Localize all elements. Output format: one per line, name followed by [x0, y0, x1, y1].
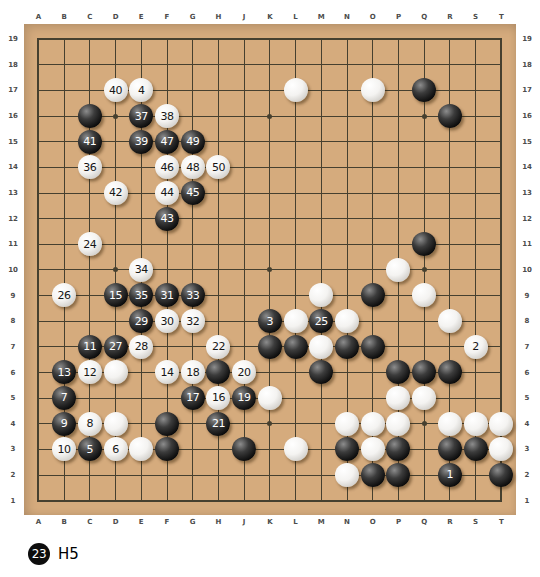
stone-white-D6	[104, 360, 128, 384]
stone-white-D13: 42	[104, 181, 128, 205]
stone-black-N7	[335, 335, 359, 359]
coord-label-top-F: F	[165, 13, 170, 21]
coord-label-left-14: 14	[8, 163, 18, 171]
stone-white-T4	[489, 412, 513, 436]
stone-black-C16	[78, 104, 102, 128]
stone-white-J6: 20	[232, 360, 256, 384]
move-number-22: 22	[212, 341, 225, 352]
move-number-48: 48	[186, 162, 199, 173]
coord-label-right-3: 3	[525, 445, 530, 453]
coord-label-left-13: 13	[8, 189, 18, 197]
move-number-41: 41	[83, 136, 96, 147]
move-number-50: 50	[212, 162, 225, 173]
coord-label-right-8: 8	[525, 317, 530, 325]
move-number-35: 35	[135, 290, 148, 301]
coord-label-bottom-O: O	[370, 518, 376, 526]
move-number-37: 37	[135, 111, 148, 122]
move-number-38: 38	[160, 111, 173, 122]
move-number-45: 45	[186, 187, 199, 198]
stone-black-P2	[386, 463, 410, 487]
move-number-9: 9	[61, 418, 68, 429]
coord-label-bottom-F: F	[165, 518, 170, 526]
coord-label-bottom-C: C	[87, 518, 92, 526]
stone-white-Q5	[412, 386, 436, 410]
stone-black-F12: 43	[155, 207, 179, 231]
stone-black-P6	[386, 360, 410, 384]
coord-label-left-10: 10	[8, 266, 18, 274]
coord-label-right-15: 15	[522, 138, 532, 146]
stone-black-H4: 21	[206, 412, 230, 436]
coord-label-bottom-R: R	[447, 518, 452, 526]
stone-white-G8: 32	[181, 309, 205, 333]
coord-label-right-1: 1	[525, 497, 530, 505]
stone-white-H14: 50	[206, 155, 230, 179]
move-number-49: 49	[186, 136, 199, 147]
stone-black-F9: 31	[155, 283, 179, 307]
coord-label-bottom-Q: Q	[421, 518, 427, 526]
stone-black-L7	[284, 335, 308, 359]
stone-black-O2	[361, 463, 385, 487]
move-number-33: 33	[186, 290, 199, 301]
stone-black-F3	[155, 437, 179, 461]
move-number-19: 19	[238, 392, 251, 403]
stone-white-N4	[335, 412, 359, 436]
coord-label-right-7: 7	[525, 343, 530, 351]
coord-label-top-T: T	[499, 13, 504, 21]
coord-label-right-9: 9	[525, 292, 530, 300]
stone-black-T2	[489, 463, 513, 487]
coord-label-top-P: P	[396, 13, 401, 21]
move-number-1: 1	[447, 469, 454, 480]
stone-black-G5: 17	[181, 386, 205, 410]
move-number-47: 47	[160, 136, 173, 147]
stone-black-J3	[232, 437, 256, 461]
stone-black-M8: 25	[309, 309, 333, 333]
coord-label-right-13: 13	[522, 189, 532, 197]
stone-black-O7	[361, 335, 385, 359]
stone-white-E3	[129, 437, 153, 461]
coord-label-top-N: N	[344, 13, 350, 21]
coord-label-left-19: 19	[8, 35, 18, 43]
stone-black-E16: 37	[129, 104, 153, 128]
stone-white-F16: 38	[155, 104, 179, 128]
stone-white-K5	[258, 386, 282, 410]
stone-white-P10	[386, 258, 410, 282]
coord-label-left-4: 4	[11, 420, 16, 428]
stone-white-L3	[284, 437, 308, 461]
coord-label-left-12: 12	[8, 215, 18, 223]
coord-label-bottom-S: S	[473, 518, 478, 526]
move-number-24: 24	[83, 239, 96, 250]
move-number-15: 15	[109, 290, 122, 301]
move-number-32: 32	[186, 316, 199, 327]
stone-white-E7: 28	[129, 335, 153, 359]
stone-white-H5: 16	[206, 386, 230, 410]
coord-label-top-K: K	[267, 13, 272, 21]
stone-white-E10: 34	[129, 258, 153, 282]
stone-white-L8	[284, 309, 308, 333]
stone-white-L17	[284, 78, 308, 102]
stone-black-D7: 27	[104, 335, 128, 359]
move-number-10: 10	[58, 444, 71, 455]
stone-white-C6: 12	[78, 360, 102, 384]
stone-black-R3	[438, 437, 462, 461]
move-number-44: 44	[160, 187, 173, 198]
stone-black-C3: 5	[78, 437, 102, 461]
coord-label-bottom-L: L	[293, 518, 297, 526]
coord-label-bottom-P: P	[396, 518, 401, 526]
coord-label-top-R: R	[447, 13, 452, 21]
stone-white-Q9	[412, 283, 436, 307]
go-diagram-page: AABBCCDDEEFFGGHHJJKKLLMMNNOOPPQQRRSSTT19…	[0, 0, 540, 577]
move-number-40: 40	[109, 85, 122, 96]
stone-black-K7	[258, 335, 282, 359]
coord-label-top-M: M	[318, 13, 325, 21]
move-number-39: 39	[135, 136, 148, 147]
coord-label-top-J: J	[243, 13, 246, 21]
stone-black-G13: 45	[181, 181, 205, 205]
stone-white-E17: 4	[129, 78, 153, 102]
move-number-16: 16	[212, 392, 225, 403]
stone-black-F15: 47	[155, 130, 179, 154]
coord-label-top-H: H	[216, 13, 222, 21]
move-number-36: 36	[83, 162, 96, 173]
stone-black-E9: 35	[129, 283, 153, 307]
coord-label-left-1: 1	[11, 497, 16, 505]
coord-label-bottom-N: N	[344, 518, 350, 526]
coord-label-right-11: 11	[522, 240, 532, 248]
coord-label-top-B: B	[61, 13, 66, 21]
stone-black-G9: 33	[181, 283, 205, 307]
stone-black-M6	[309, 360, 333, 384]
stone-black-N3	[335, 437, 359, 461]
coord-label-top-E: E	[139, 13, 144, 21]
coord-label-top-C: C	[87, 13, 92, 21]
coord-label-right-17: 17	[522, 86, 532, 94]
coord-label-left-6: 6	[11, 369, 16, 377]
move-number-28: 28	[135, 341, 148, 352]
stone-white-S4	[464, 412, 488, 436]
coord-label-left-11: 11	[8, 240, 18, 248]
stone-white-B3: 10	[52, 437, 76, 461]
black-stone-icon: 23	[28, 543, 50, 565]
move-number-34: 34	[135, 264, 148, 275]
stone-black-B4: 9	[52, 412, 76, 436]
stones-grid: 4043738413947493646485042444543243426153…	[26, 26, 515, 513]
stone-white-O3	[361, 437, 385, 461]
coord-label-left-2: 2	[11, 471, 16, 479]
move-number-30: 30	[160, 316, 173, 327]
coord-label-bottom-H: H	[216, 518, 222, 526]
coord-label-left-9: 9	[11, 292, 16, 300]
move-number-31: 31	[160, 290, 173, 301]
move-number-8: 8	[87, 418, 94, 429]
stone-black-B5: 7	[52, 386, 76, 410]
coord-label-bottom-A: A	[36, 518, 41, 526]
stone-white-M9	[309, 283, 333, 307]
stone-white-C4: 8	[78, 412, 102, 436]
coord-label-bottom-T: T	[499, 518, 504, 526]
move-number-25: 25	[315, 316, 328, 327]
stone-white-P5	[386, 386, 410, 410]
coord-label-right-6: 6	[525, 369, 530, 377]
coord-label-bottom-E: E	[139, 518, 144, 526]
coord-label-bottom-G: G	[190, 518, 196, 526]
move-number-43: 43	[160, 213, 173, 224]
stone-white-R8	[438, 309, 462, 333]
stone-black-S3	[464, 437, 488, 461]
stone-white-D3: 6	[104, 437, 128, 461]
stone-black-D9: 15	[104, 283, 128, 307]
move-number-7: 7	[61, 392, 68, 403]
coord-label-right-4: 4	[525, 420, 530, 428]
move-number-2: 2	[472, 341, 479, 352]
move-number-21: 21	[212, 418, 225, 429]
stone-white-C14: 36	[78, 155, 102, 179]
stone-white-R4	[438, 412, 462, 436]
stone-black-G15: 49	[181, 130, 205, 154]
move-number-29: 29	[135, 316, 148, 327]
coord-label-right-16: 16	[522, 112, 532, 120]
coord-label-left-5: 5	[11, 394, 16, 402]
move-number-27: 27	[109, 341, 122, 352]
move-number-14: 14	[160, 367, 173, 378]
footnote-move-number: 23	[32, 548, 46, 560]
stone-black-C7: 11	[78, 335, 102, 359]
stone-white-D4	[104, 412, 128, 436]
move-number-42: 42	[109, 187, 122, 198]
stone-black-H6	[206, 360, 230, 384]
coord-label-left-7: 7	[11, 343, 16, 351]
move-number-5: 5	[87, 444, 94, 455]
coord-label-top-Q: Q	[421, 13, 427, 21]
coord-label-right-2: 2	[525, 471, 530, 479]
stone-black-E15: 39	[129, 130, 153, 154]
move-number-12: 12	[83, 367, 96, 378]
stone-black-E8: 29	[129, 309, 153, 333]
stone-white-S7: 2	[464, 335, 488, 359]
stone-black-K8: 3	[258, 309, 282, 333]
move-number-3: 3	[267, 316, 274, 327]
coord-label-right-10: 10	[522, 266, 532, 274]
stone-black-R6	[438, 360, 462, 384]
stone-white-M7	[309, 335, 333, 359]
stone-white-C11: 24	[78, 232, 102, 256]
move-number-46: 46	[160, 162, 173, 173]
coord-label-right-5: 5	[525, 394, 530, 402]
coord-label-top-A: A	[36, 13, 41, 21]
move-number-18: 18	[186, 367, 199, 378]
stone-white-O4	[361, 412, 385, 436]
move-number-13: 13	[58, 367, 71, 378]
stone-black-R2: 1	[438, 463, 462, 487]
coord-label-left-8: 8	[11, 317, 16, 325]
stone-white-D17: 40	[104, 78, 128, 102]
stone-white-T3	[489, 437, 513, 461]
move-number-20: 20	[238, 367, 251, 378]
stone-white-F6: 14	[155, 360, 179, 384]
stone-black-B6: 13	[52, 360, 76, 384]
coord-label-right-14: 14	[522, 163, 532, 171]
coord-label-right-12: 12	[522, 215, 532, 223]
stone-white-P4	[386, 412, 410, 436]
stone-white-F13: 44	[155, 181, 179, 205]
coord-label-left-18: 18	[8, 61, 18, 69]
stone-white-N8	[335, 309, 359, 333]
stone-black-Q6	[412, 360, 436, 384]
stone-black-O9	[361, 283, 385, 307]
stone-black-C15: 41	[78, 130, 102, 154]
stone-black-Q17	[412, 78, 436, 102]
move-number-6: 6	[112, 444, 119, 455]
coord-label-top-D: D	[113, 13, 119, 21]
coord-label-left-17: 17	[8, 86, 18, 94]
stone-black-Q11	[412, 232, 436, 256]
stone-black-J5: 19	[232, 386, 256, 410]
stone-white-H7: 22	[206, 335, 230, 359]
coord-label-bottom-B: B	[61, 518, 66, 526]
move-number-26: 26	[58, 290, 71, 301]
stone-white-N2	[335, 463, 359, 487]
coord-label-bottom-J: J	[243, 518, 246, 526]
coord-label-bottom-K: K	[267, 518, 272, 526]
stone-white-F14: 46	[155, 155, 179, 179]
coord-label-right-19: 19	[522, 35, 532, 43]
coord-label-top-S: S	[473, 13, 478, 21]
move-number-4: 4	[138, 85, 145, 96]
stone-white-O17	[361, 78, 385, 102]
move-number-17: 17	[186, 392, 199, 403]
coord-label-bottom-D: D	[113, 518, 119, 526]
footnote-coordinate: H5	[58, 545, 79, 563]
stone-white-G6: 18	[181, 360, 205, 384]
coord-label-left-15: 15	[8, 138, 18, 146]
stone-black-F4	[155, 412, 179, 436]
coord-label-right-18: 18	[522, 61, 532, 69]
stone-black-R16	[438, 104, 462, 128]
stone-white-G14: 48	[181, 155, 205, 179]
move-footnote: 23 H5	[28, 543, 79, 565]
coord-label-left-16: 16	[8, 112, 18, 120]
stone-black-P3	[386, 437, 410, 461]
coord-label-bottom-M: M	[318, 518, 325, 526]
move-number-11: 11	[83, 341, 96, 352]
coord-label-top-G: G	[190, 13, 196, 21]
coord-label-left-3: 3	[11, 445, 16, 453]
stone-white-F8: 30	[155, 309, 179, 333]
stone-white-B9: 26	[52, 283, 76, 307]
board-layer: AABBCCDDEEFFGGHHJJKKLLMMNNOOPPQQRRSSTT19…	[0, 0, 540, 577]
coord-label-top-L: L	[293, 13, 297, 21]
coord-label-top-O: O	[370, 13, 376, 21]
